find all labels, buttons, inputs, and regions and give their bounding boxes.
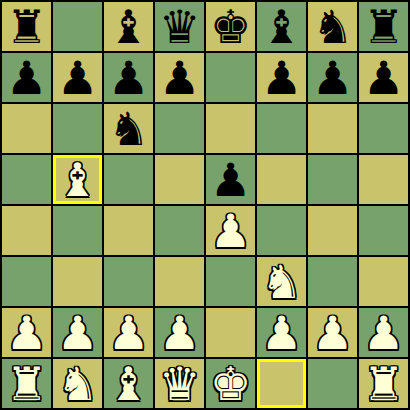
square-c7[interactable]: ♟ [104,53,153,102]
square-h3[interactable] [359,257,408,306]
white-pawn[interactable]: ♟ [6,310,47,356]
square-f5[interactable] [257,155,306,204]
square-h6[interactable] [359,104,408,153]
square-d7[interactable]: ♟ [155,53,204,102]
square-a1[interactable]: ♜ [2,359,51,408]
square-g6[interactable] [308,104,357,153]
black-pawn[interactable]: ♟ [6,55,47,101]
black-pawn[interactable]: ♟ [57,55,98,101]
square-f3[interactable]: ♞ [257,257,306,306]
white-rook[interactable]: ♜ [6,361,47,407]
black-pawn[interactable]: ♟ [312,55,353,101]
black-bishop[interactable]: ♝ [108,4,149,50]
black-queen[interactable]: ♛ [159,4,200,50]
square-f7[interactable]: ♟ [257,53,306,102]
square-g1[interactable] [308,359,357,408]
white-pawn[interactable]: ♟ [312,310,353,356]
square-d5[interactable] [155,155,204,204]
square-h5[interactable] [359,155,408,204]
square-f1[interactable] [257,359,306,408]
square-d6[interactable] [155,104,204,153]
white-pawn[interactable]: ♟ [57,310,98,356]
white-pawn[interactable]: ♟ [159,310,200,356]
square-a8[interactable]: ♜ [2,2,51,51]
black-pawn[interactable]: ♟ [210,157,251,203]
square-d8[interactable]: ♛ [155,2,204,51]
square-b6[interactable] [53,104,102,153]
square-c3[interactable] [104,257,153,306]
black-knight[interactable]: ♞ [108,106,149,152]
square-c6[interactable]: ♞ [104,104,153,153]
square-d3[interactable] [155,257,204,306]
square-a6[interactable] [2,104,51,153]
square-d4[interactable] [155,206,204,255]
square-b2[interactable]: ♟ [53,308,102,357]
white-king[interactable]: ♚ [210,361,251,407]
black-pawn[interactable]: ♟ [108,55,149,101]
square-b5[interactable]: ♝ [53,155,102,204]
square-b8[interactable] [53,2,102,51]
square-a4[interactable] [2,206,51,255]
white-bishop[interactable]: ♝ [108,361,149,407]
black-pawn[interactable]: ♟ [363,55,404,101]
square-h1[interactable]: ♜ [359,359,408,408]
black-rook[interactable]: ♜ [6,4,47,50]
square-f6[interactable] [257,104,306,153]
square-a5[interactable] [2,155,51,204]
square-f8[interactable]: ♝ [257,2,306,51]
square-e3[interactable] [206,257,255,306]
black-knight[interactable]: ♞ [312,4,353,50]
square-g5[interactable] [308,155,357,204]
square-g7[interactable]: ♟ [308,53,357,102]
square-d1[interactable]: ♛ [155,359,204,408]
square-c5[interactable] [104,155,153,204]
square-b3[interactable] [53,257,102,306]
square-e6[interactable] [206,104,255,153]
square-b1[interactable]: ♞ [53,359,102,408]
square-h4[interactable] [359,206,408,255]
black-king[interactable]: ♚ [210,4,251,50]
white-bishop[interactable]: ♝ [57,157,98,203]
square-f2[interactable]: ♟ [257,308,306,357]
square-c8[interactable]: ♝ [104,2,153,51]
square-g2[interactable]: ♟ [308,308,357,357]
white-pawn[interactable]: ♟ [210,208,251,254]
black-pawn[interactable]: ♟ [261,55,302,101]
square-f4[interactable] [257,206,306,255]
white-knight[interactable]: ♞ [57,361,98,407]
square-h7[interactable]: ♟ [359,53,408,102]
black-pawn[interactable]: ♟ [159,55,200,101]
white-pawn[interactable]: ♟ [261,310,302,356]
square-a3[interactable] [2,257,51,306]
square-e4[interactable]: ♟ [206,206,255,255]
square-h2[interactable]: ♟ [359,308,408,357]
black-rook[interactable]: ♜ [363,4,404,50]
square-e5[interactable]: ♟ [206,155,255,204]
square-c1[interactable]: ♝ [104,359,153,408]
black-bishop[interactable]: ♝ [261,4,302,50]
square-g8[interactable]: ♞ [308,2,357,51]
white-rook[interactable]: ♜ [363,361,404,407]
square-c4[interactable] [104,206,153,255]
square-b4[interactable] [53,206,102,255]
white-knight[interactable]: ♞ [261,259,302,305]
square-e1[interactable]: ♚ [206,359,255,408]
square-c2[interactable]: ♟ [104,308,153,357]
square-g4[interactable] [308,206,357,255]
square-d2[interactable]: ♟ [155,308,204,357]
square-g3[interactable] [308,257,357,306]
white-pawn[interactable]: ♟ [108,310,149,356]
square-e2[interactable] [206,308,255,357]
square-b7[interactable]: ♟ [53,53,102,102]
square-h8[interactable]: ♜ [359,2,408,51]
white-pawn[interactable]: ♟ [363,310,404,356]
square-e8[interactable]: ♚ [206,2,255,51]
square-e7[interactable] [206,53,255,102]
chess-board: ♜♝♛♚♝♞♜♟♟♟♟♟♟♟♞♝♟♟♞♟♟♟♟♟♟♟♜♞♝♛♚♜ [0,0,410,410]
white-queen[interactable]: ♛ [159,361,200,407]
square-a2[interactable]: ♟ [2,308,51,357]
square-a7[interactable]: ♟ [2,53,51,102]
